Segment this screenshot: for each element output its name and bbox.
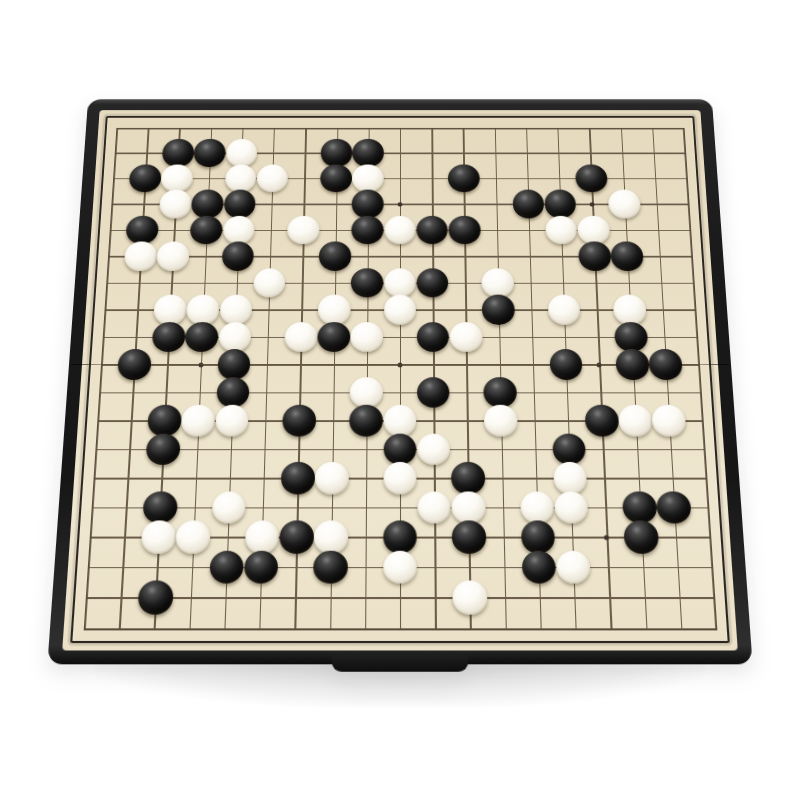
stone-black[interactable]: [117, 349, 151, 380]
stone-black[interactable]: [353, 139, 384, 167]
stone-black[interactable]: [622, 491, 657, 524]
stone-black[interactable]: [578, 242, 611, 271]
stone-black[interactable]: [152, 322, 186, 352]
stone-black[interactable]: [614, 322, 648, 352]
stone-black[interactable]: [417, 377, 450, 408]
stone-white[interactable]: [224, 164, 256, 192]
stone-black[interactable]: [383, 433, 416, 465]
stone-white[interactable]: [547, 295, 580, 325]
stone-white[interactable]: [253, 268, 286, 298]
stone-black[interactable]: [128, 164, 161, 192]
stone-white[interactable]: [156, 242, 189, 271]
stone-black[interactable]: [319, 242, 351, 271]
stone-white[interactable]: [384, 268, 416, 298]
stone-black[interactable]: [142, 491, 177, 524]
stone-black[interactable]: [448, 164, 480, 192]
stone-white[interactable]: [556, 550, 591, 583]
stone-black[interactable]: [125, 216, 158, 245]
stone-white[interactable]: [618, 405, 653, 436]
stone-black[interactable]: [313, 550, 348, 583]
stone-black[interactable]: [352, 216, 384, 245]
stone-white[interactable]: [287, 216, 319, 245]
stone-white[interactable]: [175, 521, 210, 554]
stones-layer: [65, 115, 735, 643]
bottom-notch: [332, 655, 469, 672]
stone-black[interactable]: [162, 139, 195, 167]
stone-black[interactable]: [521, 550, 556, 583]
stone-white[interactable]: [520, 491, 555, 524]
stone-white[interactable]: [314, 521, 348, 554]
stone-white[interactable]: [417, 491, 451, 524]
stone-white[interactable]: [613, 295, 647, 325]
stone-black[interactable]: [244, 550, 279, 583]
stone-black[interactable]: [320, 164, 352, 192]
stone-black[interactable]: [624, 521, 659, 554]
stone-white[interactable]: [545, 216, 578, 245]
stone-white[interactable]: [608, 190, 641, 219]
stone-black[interactable]: [610, 242, 643, 271]
stone-black[interactable]: [544, 190, 576, 219]
go-board: [47, 99, 752, 664]
stone-black[interactable]: [448, 216, 480, 245]
stone-white[interactable]: [160, 164, 193, 192]
stone-black[interactable]: [281, 462, 315, 494]
stone-white[interactable]: [256, 164, 288, 192]
product-photo-scene: [0, 0, 800, 800]
stone-white[interactable]: [383, 550, 417, 583]
stone-black[interactable]: [451, 462, 485, 494]
stone-black[interactable]: [417, 268, 449, 298]
stone-white[interactable]: [186, 295, 220, 325]
stone-black[interactable]: [416, 216, 448, 245]
stone-black[interactable]: [185, 322, 219, 352]
stone-white[interactable]: [153, 295, 187, 325]
stone-black[interactable]: [317, 322, 350, 352]
stone-black[interactable]: [512, 190, 544, 219]
stone-white[interactable]: [451, 491, 485, 524]
stone-black[interactable]: [585, 405, 619, 436]
stone-white[interactable]: [384, 216, 416, 245]
stone-black[interactable]: [223, 190, 255, 219]
stone-white[interactable]: [219, 295, 252, 325]
stone-black[interactable]: [383, 521, 417, 554]
stone-white[interactable]: [554, 491, 589, 524]
stone-white[interactable]: [245, 521, 280, 554]
stone-black[interactable]: [282, 405, 316, 436]
stone-white[interactable]: [215, 405, 249, 436]
stone-white[interactable]: [211, 491, 246, 524]
stone-white[interactable]: [350, 377, 383, 408]
stone-white[interactable]: [315, 462, 349, 494]
stone-black[interactable]: [452, 521, 486, 554]
stone-white[interactable]: [652, 405, 687, 436]
stone-black[interactable]: [221, 242, 254, 271]
stone-white[interactable]: [553, 462, 588, 494]
stone-black[interactable]: [615, 349, 649, 380]
stone-black[interactable]: [352, 190, 384, 219]
stone-black[interactable]: [417, 322, 450, 352]
stone-white[interactable]: [225, 139, 257, 167]
stone-black[interactable]: [138, 581, 174, 615]
stone-white[interactable]: [124, 242, 158, 271]
stone-white[interactable]: [351, 322, 384, 352]
stone-black[interactable]: [351, 268, 383, 298]
stone-white[interactable]: [284, 322, 317, 352]
stone-black[interactable]: [552, 433, 586, 465]
stone-white[interactable]: [159, 190, 192, 219]
stone-black[interactable]: [146, 433, 181, 465]
stone-black[interactable]: [194, 139, 226, 167]
stone-white[interactable]: [383, 462, 417, 494]
stone-white[interactable]: [450, 322, 483, 352]
stone-black[interactable]: [649, 349, 683, 380]
stone-white[interactable]: [222, 216, 255, 245]
stone-white[interactable]: [577, 216, 610, 245]
stone-white[interactable]: [484, 405, 518, 436]
stone-black[interactable]: [520, 521, 555, 554]
stone-white[interactable]: [417, 433, 450, 465]
stone-white[interactable]: [141, 521, 176, 554]
board-surface: [62, 110, 738, 650]
stone-white[interactable]: [218, 322, 251, 352]
stone-white[interactable]: [452, 581, 487, 615]
stone-black[interactable]: [190, 216, 223, 245]
stone-white[interactable]: [384, 295, 416, 325]
stone-white[interactable]: [181, 405, 215, 436]
stone-black[interactable]: [575, 164, 607, 192]
stone-black[interactable]: [216, 377, 250, 408]
stone-black[interactable]: [209, 550, 244, 583]
stone-black[interactable]: [482, 295, 515, 325]
stone-black[interactable]: [147, 405, 182, 436]
stone-black[interactable]: [484, 377, 517, 408]
stone-white[interactable]: [352, 164, 383, 192]
stone-white[interactable]: [383, 405, 416, 436]
stone-black[interactable]: [279, 521, 314, 554]
stone-black[interactable]: [321, 139, 352, 167]
stone-black[interactable]: [217, 349, 251, 380]
stone-white[interactable]: [482, 268, 515, 298]
stone-black[interactable]: [549, 349, 583, 380]
stone-black[interactable]: [191, 190, 224, 219]
stone-black[interactable]: [350, 405, 383, 436]
stone-black[interactable]: [656, 491, 691, 524]
stone-white[interactable]: [318, 295, 351, 325]
